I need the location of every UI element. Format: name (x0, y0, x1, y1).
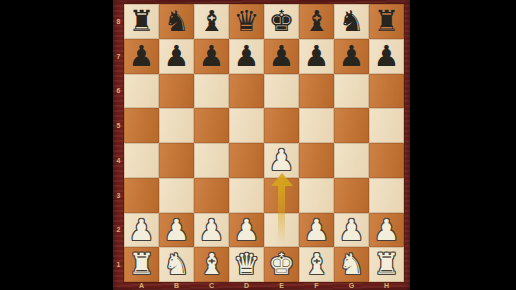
square-c8[interactable]: ♝ (194, 4, 229, 39)
square-h1[interactable]: ♜ (369, 247, 404, 282)
square-a7[interactable]: ♟ (124, 39, 159, 74)
file-label-e: E (264, 282, 299, 290)
square-c1[interactable]: ♝ (194, 247, 229, 282)
square-d4[interactable] (229, 143, 264, 178)
square-c3[interactable] (194, 178, 229, 213)
square-b1[interactable]: ♞ (159, 247, 194, 282)
rank-labels: 87654321 (113, 4, 124, 282)
square-h6[interactable] (369, 74, 404, 109)
square-f1[interactable]: ♝ (299, 247, 334, 282)
square-b5[interactable] (159, 108, 194, 143)
square-c6[interactable] (194, 74, 229, 109)
rank-label-3: 3 (113, 178, 124, 213)
square-h2[interactable]: ♟ (369, 213, 404, 248)
piece-white-bishop: ♝ (304, 247, 330, 282)
piece-black-pawn: ♟ (304, 39, 330, 74)
piece-white-rook: ♜ (129, 247, 155, 282)
square-d8[interactable]: ♛ (229, 4, 264, 39)
square-c7[interactable]: ♟ (194, 39, 229, 74)
piece-white-pawn: ♟ (304, 213, 330, 248)
piece-black-pawn: ♟ (234, 39, 260, 74)
square-a3[interactable] (124, 178, 159, 213)
piece-black-pawn: ♟ (129, 39, 155, 74)
square-h4[interactable] (369, 143, 404, 178)
square-e7[interactable]: ♟ (264, 39, 299, 74)
square-g8[interactable]: ♞ (334, 4, 369, 39)
square-g5[interactable] (334, 108, 369, 143)
file-label-c: C (194, 282, 229, 290)
square-f5[interactable] (299, 108, 334, 143)
piece-white-pawn: ♟ (234, 213, 260, 248)
piece-black-pawn: ♟ (164, 39, 190, 74)
piece-black-knight: ♞ (339, 4, 365, 39)
piece-white-knight: ♞ (164, 247, 190, 282)
piece-black-queen: ♛ (234, 4, 260, 39)
square-d3[interactable] (229, 178, 264, 213)
piece-white-pawn: ♟ (164, 213, 190, 248)
square-b2[interactable]: ♟ (159, 213, 194, 248)
piece-black-rook: ♜ (374, 4, 400, 39)
square-d5[interactable] (229, 108, 264, 143)
square-f3[interactable] (299, 178, 334, 213)
piece-black-king: ♚ (269, 4, 295, 39)
square-g6[interactable] (334, 74, 369, 109)
square-h3[interactable] (369, 178, 404, 213)
rank-label-6: 6 (113, 74, 124, 109)
file-label-b: B (159, 282, 194, 290)
piece-white-bishop: ♝ (199, 247, 225, 282)
square-e4[interactable]: ♟ (264, 143, 299, 178)
square-a2[interactable]: ♟ (124, 213, 159, 248)
square-a8[interactable]: ♜ (124, 4, 159, 39)
rank-label-2: 2 (113, 213, 124, 248)
square-e3[interactable] (264, 178, 299, 213)
piece-black-knight: ♞ (164, 4, 190, 39)
letterbox-left (0, 0, 113, 290)
rank-label-8: 8 (113, 4, 124, 39)
chess-board-frame: 87654321 ABCDEFGH ♜♞♝♛♚♝♞♜♟♟♟♟♟♟♟♟♟♟♟♟♟♟… (113, 0, 410, 290)
rank-label-1: 1 (113, 247, 124, 282)
piece-white-rook: ♜ (374, 247, 400, 282)
chess-board[interactable]: ♜♞♝♛♚♝♞♜♟♟♟♟♟♟♟♟♟♟♟♟♟♟♟♟♜♞♝♛♚♝♞♜ (124, 4, 404, 282)
piece-black-pawn: ♟ (199, 39, 225, 74)
square-f2[interactable]: ♟ (299, 213, 334, 248)
square-f8[interactable]: ♝ (299, 4, 334, 39)
piece-black-bishop: ♝ (304, 4, 330, 39)
square-e2[interactable] (264, 213, 299, 248)
square-c2[interactable]: ♟ (194, 213, 229, 248)
square-g7[interactable]: ♟ (334, 39, 369, 74)
square-e1[interactable]: ♚ (264, 247, 299, 282)
file-labels: ABCDEFGH (124, 282, 404, 290)
square-h5[interactable] (369, 108, 404, 143)
square-d1[interactable]: ♛ (229, 247, 264, 282)
square-b8[interactable]: ♞ (159, 4, 194, 39)
square-b3[interactable] (159, 178, 194, 213)
square-g1[interactable]: ♞ (334, 247, 369, 282)
file-label-d: D (229, 282, 264, 290)
square-a1[interactable]: ♜ (124, 247, 159, 282)
screenshot-canvas: { "game": "chess", "position": "rnbqkbnr… (0, 0, 516, 290)
square-f4[interactable] (299, 143, 334, 178)
letterbox-right (410, 0, 516, 290)
square-a6[interactable] (124, 74, 159, 109)
square-b6[interactable] (159, 74, 194, 109)
piece-white-pawn: ♟ (129, 213, 155, 248)
piece-black-bishop: ♝ (199, 4, 225, 39)
file-label-g: G (334, 282, 369, 290)
square-c4[interactable] (194, 143, 229, 178)
file-label-h: H (369, 282, 404, 290)
piece-white-pawn: ♟ (269, 143, 295, 178)
rank-label-4: 4 (113, 143, 124, 178)
square-g3[interactable] (334, 178, 369, 213)
square-g4[interactable] (334, 143, 369, 178)
piece-white-queen: ♛ (234, 247, 260, 282)
piece-black-pawn: ♟ (339, 39, 365, 74)
piece-white-pawn: ♟ (374, 213, 400, 248)
square-a4[interactable] (124, 143, 159, 178)
rank-label-7: 7 (113, 39, 124, 74)
file-label-f: F (299, 282, 334, 290)
square-f6[interactable] (299, 74, 334, 109)
square-b4[interactable] (159, 143, 194, 178)
file-label-a: A (124, 282, 159, 290)
square-h8[interactable]: ♜ (369, 4, 404, 39)
square-a5[interactable] (124, 108, 159, 143)
piece-white-knight: ♞ (339, 247, 365, 282)
piece-black-rook: ♜ (129, 4, 155, 39)
square-f7[interactable]: ♟ (299, 39, 334, 74)
piece-black-pawn: ♟ (374, 39, 400, 74)
square-e6[interactable] (264, 74, 299, 109)
square-d7[interactable]: ♟ (229, 39, 264, 74)
square-d6[interactable] (229, 74, 264, 109)
piece-white-pawn: ♟ (339, 213, 365, 248)
rank-label-5: 5 (113, 108, 124, 143)
piece-white-pawn: ♟ (199, 213, 225, 248)
square-e5[interactable] (264, 108, 299, 143)
square-b7[interactable]: ♟ (159, 39, 194, 74)
square-e8[interactable]: ♚ (264, 4, 299, 39)
square-g2[interactable]: ♟ (334, 213, 369, 248)
square-h7[interactable]: ♟ (369, 39, 404, 74)
piece-black-pawn: ♟ (269, 39, 295, 74)
square-c5[interactable] (194, 108, 229, 143)
square-d2[interactable]: ♟ (229, 213, 264, 248)
piece-white-king: ♚ (269, 247, 295, 282)
